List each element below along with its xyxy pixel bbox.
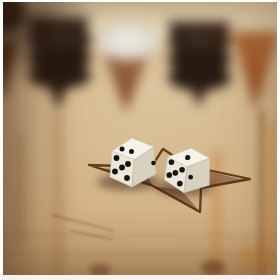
point-far-right-wood [232,32,277,110]
wood-knot [237,244,273,275]
point-center-wood [96,34,156,112]
screenshot-canvas [0,0,280,280]
black-checker [168,64,231,91]
black-checker [168,46,231,73]
blurred-inlay-tip [201,260,225,275]
die-pip [125,161,131,167]
die-pip [129,149,134,154]
light-wood-area [89,8,173,50]
point-right-dark [167,22,231,108]
black-checker [28,26,91,53]
black-checker [3,2,25,34]
die-pip [119,165,125,171]
black-checker [28,62,91,89]
wood-grain-streak [265,120,277,270]
point-left-dark [27,18,89,112]
wood-grain-line [3,252,277,255]
die-pip [120,147,125,152]
left-die-side-pips [151,161,156,166]
black-checker [28,44,91,71]
die-pip [114,155,120,161]
wood-grain-streak [51,114,65,275]
wood-grain-streak [15,134,24,246]
white-checker [96,24,160,60]
die-pip [151,161,156,166]
die-pip [112,169,118,175]
left-die [103,134,159,192]
black-checker [168,28,231,55]
die-pip [124,175,130,181]
backgammon-board-photo [3,2,277,275]
board-top-edge [3,2,277,30]
right-die [159,142,216,201]
corner-shadow [3,2,97,86]
blurred-inlay-tip [89,264,111,275]
point-far-left-dark [3,40,17,102]
